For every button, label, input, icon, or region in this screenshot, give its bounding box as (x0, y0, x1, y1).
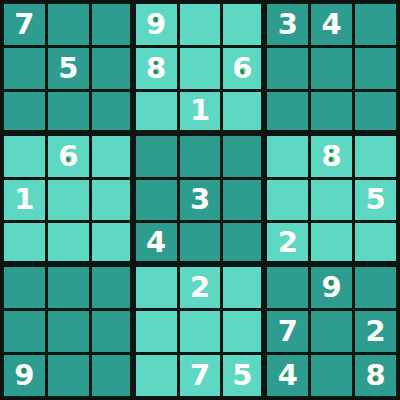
given-digit: 6 (58, 142, 78, 171)
cell-r4c7[interactable] (267, 136, 308, 177)
digit-hole (327, 21, 331, 25)
given-digit: 8 (365, 361, 385, 390)
digit-hole (328, 157, 333, 162)
cell-r9c8[interactable] (311, 355, 352, 396)
digit-hole (65, 157, 70, 162)
cell-r6c9[interactable] (355, 223, 396, 264)
given-digit: 3 (278, 10, 298, 39)
given-digit: 1 (190, 96, 210, 125)
digit-hole (151, 239, 155, 243)
cell-r3c4[interactable] (136, 92, 177, 133)
cell-r9c6[interactable]: 5 (223, 355, 264, 396)
cell-r4c4[interactable] (136, 136, 177, 177)
cell-r6c3[interactable] (92, 223, 133, 264)
digit-hole (21, 368, 26, 373)
cell-r2c4[interactable]: 8 (136, 48, 177, 89)
given-digit: 5 (365, 185, 385, 214)
cell-r7c6[interactable] (223, 267, 264, 308)
cell-r4c6[interactable] (223, 136, 264, 177)
given-digit: 1 (14, 185, 34, 214)
given-digit: 8 (146, 54, 166, 83)
cell-r2c2[interactable]: 5 (48, 48, 89, 89)
cell-r9c7[interactable]: 4 (267, 355, 308, 396)
cell-r2c8[interactable] (311, 48, 352, 89)
given-digit: 4 (278, 361, 298, 390)
cell-r1c2[interactable] (48, 4, 89, 45)
given-digit: 4 (322, 10, 342, 39)
cell-r2c9[interactable] (355, 48, 396, 89)
digit-hole (153, 61, 158, 66)
cell-r6c2[interactable] (48, 223, 89, 264)
cell-r8c1[interactable] (4, 311, 45, 352)
cell-r2c5[interactable] (180, 48, 221, 89)
digit-hole (328, 280, 333, 285)
cell-r9c3[interactable] (92, 355, 133, 396)
cell-r1c3[interactable] (92, 4, 133, 45)
cell-r6c4[interactable]: 4 (136, 223, 177, 264)
digit-hole (372, 377, 377, 382)
cell-r5c1[interactable]: 1 (4, 180, 45, 221)
cell-r6c5[interactable] (180, 223, 221, 264)
cell-r3c6[interactable] (223, 92, 264, 133)
given-digit: 9 (14, 361, 34, 390)
cell-r8c5[interactable] (180, 311, 221, 352)
given-digit: 6 (232, 54, 252, 83)
cell-r7c4[interactable] (136, 267, 177, 308)
digit-hole (328, 149, 333, 154)
sudoku-board: 793458616813542297297548 (0, 0, 400, 400)
cell-r7c3[interactable] (92, 267, 133, 308)
cell-r5c6[interactable] (223, 180, 264, 221)
given-digit: 2 (365, 317, 385, 346)
cell-r4c8[interactable]: 8 (311, 136, 352, 177)
cell-r9c4[interactable] (136, 355, 177, 396)
given-digit: 2 (190, 273, 210, 302)
cell-r4c9[interactable] (355, 136, 396, 177)
cell-r5c2[interactable] (48, 180, 89, 221)
cell-r1c7[interactable]: 3 (267, 4, 308, 45)
given-digit: 7 (190, 361, 210, 390)
cell-r3c7[interactable] (267, 92, 308, 133)
cell-r1c6[interactable] (223, 4, 264, 45)
cell-r7c7[interactable] (267, 267, 308, 308)
cell-r3c8[interactable] (311, 92, 352, 133)
cell-r4c1[interactable] (4, 136, 45, 177)
cell-r6c7[interactable]: 2 (267, 223, 308, 264)
cell-r5c3[interactable] (92, 180, 133, 221)
cell-r1c1[interactable]: 7 (4, 4, 45, 45)
cell-r9c9[interactable]: 8 (355, 355, 396, 396)
cell-r7c8[interactable]: 9 (311, 267, 352, 308)
cell-r9c1[interactable]: 9 (4, 355, 45, 396)
digit-hole (153, 17, 158, 22)
given-digit: 2 (278, 228, 298, 257)
cell-r8c6[interactable] (223, 311, 264, 352)
cell-r8c2[interactable] (48, 311, 89, 352)
cell-r3c2[interactable] (48, 92, 89, 133)
cell-r8c3[interactable] (92, 311, 133, 352)
given-digit: 9 (322, 273, 342, 302)
cell-r7c1[interactable] (4, 267, 45, 308)
cell-r4c3[interactable] (92, 136, 133, 177)
given-digit: 4 (146, 228, 166, 257)
given-digit: 5 (232, 361, 252, 390)
given-digit: 7 (278, 317, 298, 346)
cell-r3c1[interactable] (4, 92, 45, 133)
cell-r2c6[interactable]: 6 (223, 48, 264, 89)
cell-r3c9[interactable] (355, 92, 396, 133)
cell-r2c3[interactable] (92, 48, 133, 89)
cell-r6c6[interactable] (223, 223, 264, 264)
given-digit: 8 (322, 142, 342, 171)
cell-r5c8[interactable] (311, 180, 352, 221)
cell-r5c5[interactable]: 3 (180, 180, 221, 221)
cell-r5c7[interactable] (267, 180, 308, 221)
cell-r8c9[interactable]: 2 (355, 311, 396, 352)
cell-r8c8[interactable] (311, 311, 352, 352)
cell-r4c5[interactable] (180, 136, 221, 177)
cell-r6c8[interactable] (311, 223, 352, 264)
cell-r1c8[interactable]: 4 (311, 4, 352, 45)
cell-r3c5[interactable]: 1 (180, 92, 221, 133)
cell-r2c1[interactable] (4, 48, 45, 89)
cell-r8c7[interactable]: 7 (267, 311, 308, 352)
cell-r6c1[interactable] (4, 223, 45, 264)
given-digit: 7 (14, 10, 34, 39)
cell-r7c5[interactable]: 2 (180, 267, 221, 308)
given-digit: 9 (146, 10, 166, 39)
cell-r5c4[interactable] (136, 180, 177, 221)
given-digit: 3 (190, 185, 210, 214)
digit-hole (239, 69, 244, 74)
digit-hole (372, 368, 377, 373)
cell-r5c9[interactable]: 5 (355, 180, 396, 221)
cell-r9c2[interactable] (48, 355, 89, 396)
cell-r4c2[interactable]: 6 (48, 136, 89, 177)
cell-r9c5[interactable]: 7 (180, 355, 221, 396)
cell-r1c9[interactable] (355, 4, 396, 45)
cell-r7c2[interactable] (48, 267, 89, 308)
given-digit: 5 (58, 54, 78, 83)
cell-r8c4[interactable] (136, 311, 177, 352)
cell-r1c5[interactable] (180, 4, 221, 45)
digit-hole (283, 372, 287, 376)
cell-r7c9[interactable] (355, 267, 396, 308)
cell-r1c4[interactable]: 9 (136, 4, 177, 45)
digit-hole (153, 70, 158, 75)
cell-r3c3[interactable] (92, 92, 133, 133)
cell-r2c7[interactable] (267, 48, 308, 89)
